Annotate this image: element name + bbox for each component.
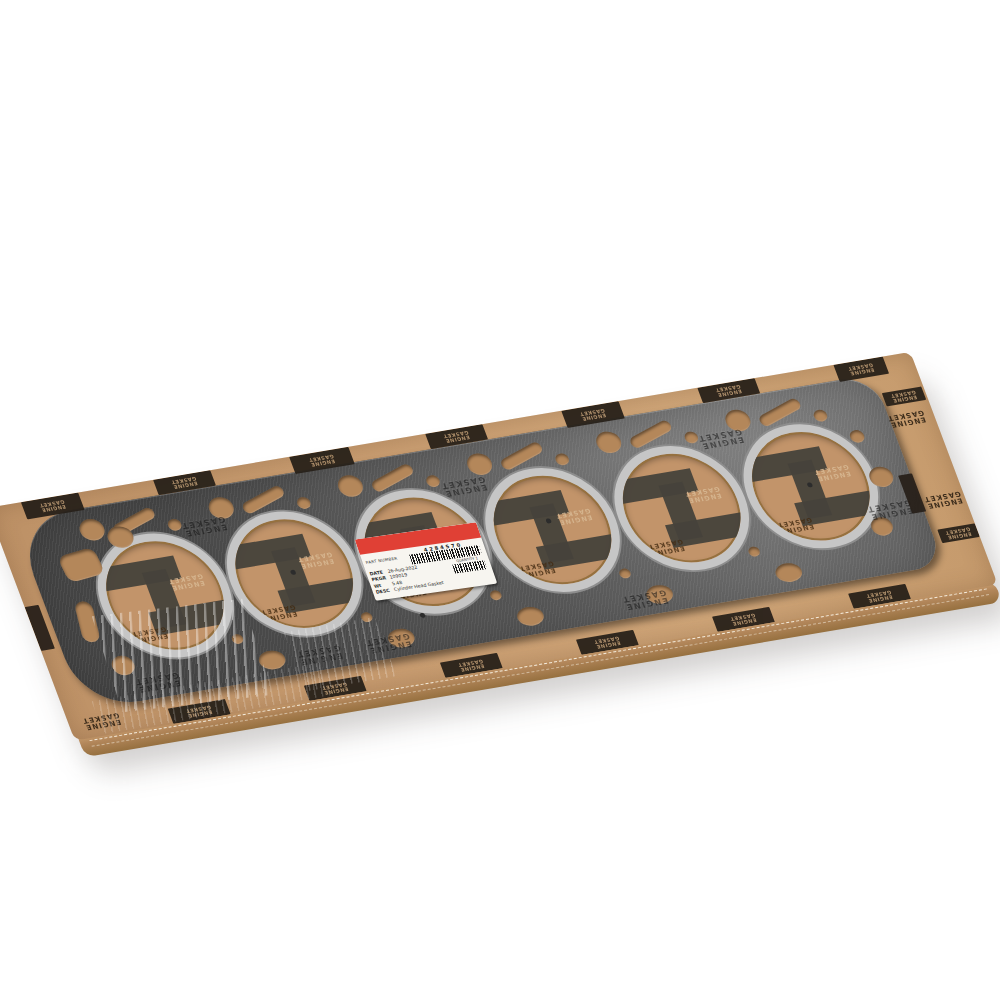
- engine-gasket-stamp: ENGINE GASKET: [130, 626, 169, 644]
- engine-gasket-stamp: ENGINE GASKET: [260, 604, 299, 622]
- engine-gasket-stamp: ENGINE GASKET: [442, 430, 471, 444]
- product-photo: ENGINE GASKETENGINE GASKETENGINE GASKETE…: [0, 0, 1000, 1000]
- engine-gasket-stamp: ENGINE GASKET: [715, 384, 744, 398]
- printed-tab: ENGINE GASKET: [882, 386, 926, 406]
- printed-tab: ENGINE GASKET: [937, 523, 979, 543]
- printed-tab: ENGINE GASKET: [833, 356, 889, 382]
- engine-gasket-stamp: ENGINE GASKET: [321, 682, 350, 696]
- engine-gasket-stamp: ENGINE GASKET: [776, 517, 815, 535]
- engine-gasket-stamp: ENGINE GASKET: [457, 659, 486, 673]
- label-key: DESC: [375, 587, 395, 596]
- engine-gasket-stamp: ENGINE GASKET: [886, 409, 928, 429]
- part-number-caption: PART NUMBER: [365, 556, 398, 565]
- engine-gasket-stamp: ENGINE GASKET: [308, 454, 337, 468]
- engine-gasket-stamp: ENGINE GASKET: [579, 408, 608, 422]
- engine-gasket-stamp: ENGINE GASKET: [847, 362, 876, 376]
- engine-gasket-stamp: ENGINE GASKET: [865, 589, 894, 603]
- engine-gasket-stamp: ENGINE GASKET: [185, 705, 214, 719]
- engine-gasket-stamp: ENGINE GASKET: [170, 476, 199, 490]
- label-value: 5.48: [391, 580, 403, 586]
- engine-gasket-stamp: ENGINE GASKET: [729, 612, 758, 626]
- engine-gasket-stamp: ENGINE GASKET: [944, 526, 973, 540]
- engine-gasket-stamp: ENGINE GASKET: [81, 711, 123, 731]
- engine-gasket-stamp: ENGINE GASKET: [593, 636, 622, 650]
- engine-gasket-stamp: ENGINE GASKET: [518, 560, 557, 578]
- engine-gasket-stamp: ENGINE GASKET: [647, 539, 686, 557]
- engine-gasket-stamp: ENGINE GASKET: [890, 390, 919, 404]
- engine-gasket-stamp: ENGINE GASKET: [38, 499, 67, 513]
- engine-gasket-stamp: ENGINE GASKET: [922, 490, 964, 510]
- label-value: 109019: [389, 573, 408, 580]
